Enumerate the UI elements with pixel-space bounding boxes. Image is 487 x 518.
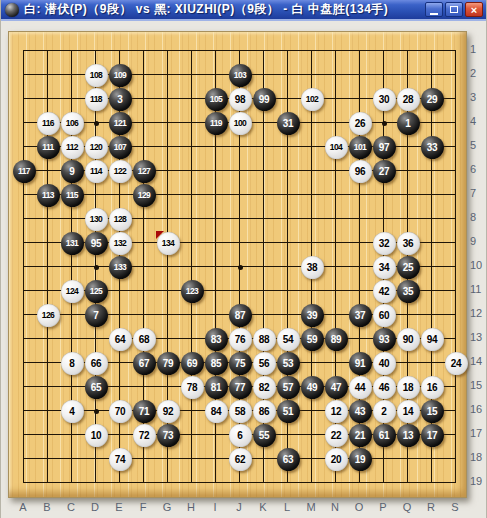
stone-C14: 8 [61,352,84,375]
stone-N5: 104 [325,136,348,159]
row-label-13: 13 [470,331,487,345]
move-number: 85 [211,358,222,369]
stone-B12: 126 [37,304,60,327]
column-label-Q: Q [395,501,419,515]
stone-R16: 15 [421,400,444,423]
move-number: 59 [307,334,318,345]
stone-O12: 37 [349,304,372,327]
stone-G17: 73 [157,424,180,447]
row-label-16: 16 [470,403,487,417]
stone-S14: 24 [445,352,468,375]
row-label-7: 7 [470,187,487,201]
move-number: 109 [114,70,126,80]
stone-M3: 102 [301,88,324,111]
stone-I14: 85 [205,352,228,375]
move-number: 78 [187,382,198,393]
row-label-19: 19 [470,475,487,489]
move-number: 103 [234,70,246,80]
go-stone-app-icon [5,3,19,17]
move-number: 26 [355,118,366,129]
move-number: 134 [162,238,174,248]
move-number: 113 [42,190,54,200]
move-number: 96 [355,166,366,177]
move-number: 111 [42,142,53,152]
move-number: 7 [93,310,98,321]
stone-O14: 91 [349,352,372,375]
column-label-O: O [347,501,371,515]
stone-Q4: 1 [397,112,420,135]
stone-D6: 114 [85,160,108,183]
stone-O18: 19 [349,448,372,471]
move-number: 3 [117,94,122,105]
stone-C5: 112 [61,136,84,159]
column-label-S: S [443,501,467,515]
move-number: 114 [90,166,102,176]
move-number: 16 [427,382,438,393]
stone-H11: 123 [181,280,204,303]
column-label-F: F [131,501,155,515]
move-number: 75 [235,358,246,369]
move-number: 79 [163,358,174,369]
stone-P6: 27 [373,160,396,183]
move-number: 93 [379,334,390,345]
move-number: 107 [114,142,126,152]
stone-Q11: 35 [397,280,420,303]
board-grid[interactable]: 1081091031183105989910230282911610612111… [23,50,456,483]
stone-P16: 2 [373,400,396,423]
stone-Q16: 14 [397,400,420,423]
stone-Q9: 36 [397,232,420,255]
move-number: 67 [139,358,150,369]
column-label-H: H [179,501,203,515]
stone-H15: 78 [181,376,204,399]
stone-O6: 96 [349,160,372,183]
move-number: 70 [115,406,126,417]
stone-N16: 12 [325,400,348,423]
stone-D11: 125 [85,280,108,303]
stone-J17: 6 [229,424,252,447]
column-label-B: B [35,501,59,515]
column-label-R: R [419,501,443,515]
stone-I3: 105 [205,88,228,111]
stone-L13: 54 [277,328,300,351]
move-number: 84 [211,406,222,417]
move-number: 92 [163,406,174,417]
row-label-17: 17 [470,427,487,441]
stone-P17: 61 [373,424,396,447]
move-number: 63 [283,454,294,465]
move-number: 99 [259,94,270,105]
move-number: 129 [138,190,150,200]
move-number: 87 [235,310,246,321]
stone-I13: 83 [205,328,228,351]
move-number: 77 [235,382,246,393]
stone-D9: 95 [85,232,108,255]
move-number: 97 [379,142,390,153]
move-number: 17 [427,430,438,441]
stone-C9: 131 [61,232,84,255]
move-number: 118 [90,94,102,104]
move-number: 86 [259,406,270,417]
column-label-G: G [155,501,179,515]
title-bar[interactable]: 白: 潜伏(P)（9段） vs 黑: XIUZHI(P)（9段） - 白 中盘胜… [1,0,486,21]
move-number: 28 [403,94,414,105]
stone-G9: 134 [157,232,180,255]
move-number: 25 [403,262,414,273]
stone-M15: 49 [301,376,324,399]
stone-E18: 74 [109,448,132,471]
move-number: 64 [115,334,126,345]
stone-K13: 88 [253,328,276,351]
stone-B4: 116 [37,112,60,135]
stone-F6: 127 [133,160,156,183]
stone-J13: 76 [229,328,252,351]
move-number: 119 [210,118,222,128]
column-label-L: L [275,501,299,515]
stone-D8: 130 [85,208,108,231]
stone-C4: 106 [61,112,84,135]
move-number: 38 [307,262,318,273]
move-number: 102 [306,94,318,104]
move-number: 40 [379,358,390,369]
stone-I16: 84 [205,400,228,423]
move-number: 127 [138,166,150,176]
minimize-button[interactable] [425,2,443,17]
stone-K3: 99 [253,88,276,111]
stone-K16: 86 [253,400,276,423]
row-label-18: 18 [470,451,487,465]
stone-P5: 97 [373,136,396,159]
column-label-J: J [227,501,251,515]
move-number: 90 [403,334,414,345]
move-number: 74 [115,454,126,465]
stone-E3: 3 [109,88,132,111]
stone-Q10: 25 [397,256,420,279]
stone-I4: 119 [205,112,228,135]
move-number: 19 [355,454,366,465]
move-number: 83 [211,334,222,345]
move-number: 128 [114,214,126,224]
stone-E6: 122 [109,160,132,183]
stone-C16: 4 [61,400,84,423]
move-number: 29 [427,94,438,105]
move-number: 39 [307,310,318,321]
stone-R3: 29 [421,88,444,111]
star-point-P4 [382,121,387,126]
stone-E5: 107 [109,136,132,159]
row-label-12: 12 [470,307,487,321]
move-number: 120 [90,142,102,152]
move-number: 47 [331,382,342,393]
stone-E13: 64 [109,328,132,351]
move-number: 32 [379,238,390,249]
move-number: 34 [379,262,390,273]
move-number: 49 [307,382,318,393]
stone-O5: 101 [349,136,372,159]
stone-J14: 75 [229,352,252,375]
move-number: 18 [403,382,414,393]
move-number: 108 [90,70,102,80]
stone-F17: 72 [133,424,156,447]
column-label-E: E [107,501,131,515]
move-number: 37 [355,310,366,321]
stone-Q17: 13 [397,424,420,447]
stone-R15: 16 [421,376,444,399]
stone-D3: 118 [85,88,108,111]
stone-F13: 68 [133,328,156,351]
stone-E8: 128 [109,208,132,231]
stone-N18: 20 [325,448,348,471]
stone-Q15: 18 [397,376,420,399]
move-number: 106 [66,118,78,128]
move-number: 36 [403,238,414,249]
move-number: 55 [259,430,270,441]
move-number: 105 [210,94,222,104]
stone-J2: 103 [229,64,252,87]
row-label-4: 4 [470,115,487,129]
move-number: 9 [69,166,74,177]
stone-G14: 79 [157,352,180,375]
stone-O17: 21 [349,424,372,447]
move-number: 100 [234,118,246,128]
move-number: 116 [42,118,54,128]
stone-P9: 32 [373,232,396,255]
stone-L14: 53 [277,352,300,375]
row-label-14: 14 [470,355,487,369]
move-number: 82 [259,382,270,393]
move-number: 27 [379,166,390,177]
stone-J15: 77 [229,376,252,399]
move-number: 112 [66,142,78,152]
row-label-10: 10 [470,259,487,273]
stone-P12: 60 [373,304,396,327]
row-label-1: 1 [470,43,487,57]
stone-C11: 124 [61,280,84,303]
move-number: 126 [42,310,54,320]
stone-H14: 69 [181,352,204,375]
stone-L4: 31 [277,112,300,135]
column-label-I: I [203,501,227,515]
stone-F7: 129 [133,184,156,207]
stone-K17: 55 [253,424,276,447]
move-number: 57 [283,382,294,393]
row-label-15: 15 [470,379,487,393]
move-number: 121 [114,118,126,128]
column-label-A: A [11,501,35,515]
move-number: 104 [330,142,342,152]
move-number: 13 [403,430,414,441]
stone-E16: 70 [109,400,132,423]
row-label-3: 3 [470,91,487,105]
stone-J12: 87 [229,304,252,327]
stone-E2: 109 [109,64,132,87]
move-number: 101 [354,142,366,152]
move-number: 61 [379,430,390,441]
move-number: 31 [283,118,294,129]
move-number: 42 [379,286,390,297]
stone-F16: 71 [133,400,156,423]
stone-I15: 81 [205,376,228,399]
move-number: 15 [427,406,438,417]
move-number: 98 [235,94,246,105]
move-number: 124 [66,286,78,296]
stone-O15: 44 [349,376,372,399]
row-label-11: 11 [470,283,487,297]
move-number: 88 [259,334,270,345]
move-number: 72 [139,430,150,441]
stone-C7: 115 [61,184,84,207]
stone-R17: 17 [421,424,444,447]
stone-N15: 47 [325,376,348,399]
row-label-5: 5 [470,139,487,153]
move-number: 4 [69,406,74,417]
move-number: 58 [235,406,246,417]
stone-E4: 121 [109,112,132,135]
stone-D5: 120 [85,136,108,159]
move-number: 95 [91,238,102,249]
stone-M13: 59 [301,328,324,351]
stone-L18: 63 [277,448,300,471]
stone-N17: 22 [325,424,348,447]
star-point-J10 [238,265,243,270]
move-number: 132 [114,238,126,248]
move-number: 56 [259,358,270,369]
move-number: 43 [355,406,366,417]
column-label-D: D [83,501,107,515]
stone-J4: 100 [229,112,252,135]
move-number: 94 [427,334,438,345]
stone-M12: 39 [301,304,324,327]
star-point-D10 [94,265,99,270]
stone-A6: 117 [13,160,36,183]
row-label-9: 9 [470,235,487,249]
move-number: 117 [18,166,30,176]
move-number: 14 [403,406,414,417]
move-number: 66 [91,358,102,369]
move-number: 62 [235,454,246,465]
stone-P10: 34 [373,256,396,279]
stone-P3: 30 [373,88,396,111]
move-number: 35 [403,286,414,297]
stone-D14: 66 [85,352,108,375]
move-number: 20 [331,454,342,465]
stone-E9: 132 [109,232,132,255]
stone-K15: 82 [253,376,276,399]
stone-B5: 111 [37,136,60,159]
move-number: 81 [211,382,222,393]
move-number: 69 [187,358,198,369]
move-number: 65 [91,382,102,393]
star-point-D4 [94,121,99,126]
stone-Q13: 90 [397,328,420,351]
stone-N13: 89 [325,328,348,351]
stone-D12: 7 [85,304,108,327]
row-label-2: 2 [470,67,487,81]
stone-P13: 93 [373,328,396,351]
move-number: 133 [114,262,126,272]
move-number: 10 [91,430,102,441]
move-number: 8 [69,358,74,369]
move-number: 125 [90,286,102,296]
stone-D2: 108 [85,64,108,87]
stone-E10: 133 [109,256,132,279]
go-board: 1081091031183105989910230282911610612111… [8,31,467,498]
move-number: 46 [379,382,390,393]
stone-L15: 57 [277,376,300,399]
row-label-8: 8 [470,211,487,225]
stone-L16: 51 [277,400,300,423]
stone-R5: 33 [421,136,444,159]
row-label-6: 6 [470,163,487,177]
move-number: 53 [283,358,294,369]
column-label-K: K [251,501,275,515]
close-button[interactable]: × [465,2,483,17]
move-number: 91 [355,358,366,369]
stone-B7: 113 [37,184,60,207]
stone-Q3: 28 [397,88,420,111]
move-number: 71 [139,406,150,417]
stone-P11: 42 [373,280,396,303]
move-number: 1 [405,118,410,129]
move-number: 60 [379,310,390,321]
move-number: 130 [90,214,102,224]
move-number: 115 [66,190,78,200]
stone-J16: 58 [229,400,252,423]
column-label-M: M [299,501,323,515]
column-label-P: P [371,501,395,515]
move-number: 12 [331,406,342,417]
column-label-N: N [323,501,347,515]
move-number: 131 [66,238,78,248]
move-number: 54 [283,334,294,345]
stone-D17: 10 [85,424,108,447]
move-number: 33 [427,142,438,153]
stone-J18: 62 [229,448,252,471]
move-number: 2 [381,406,386,417]
maximize-button[interactable] [445,2,463,17]
stone-C6: 9 [61,160,84,183]
stone-J3: 98 [229,88,252,111]
stone-O4: 26 [349,112,372,135]
stone-P14: 40 [373,352,396,375]
move-number: 51 [283,406,294,417]
window-controls: × [425,2,483,17]
move-number: 123 [186,286,198,296]
stone-D15: 65 [85,376,108,399]
move-number: 21 [355,430,366,441]
move-number: 6 [237,430,242,441]
maximize-icon [450,6,458,13]
move-number: 30 [379,94,390,105]
move-number: 44 [355,382,366,393]
stone-O16: 43 [349,400,372,423]
stone-R13: 94 [421,328,444,351]
window-title: 白: 潜伏(P)（9段） vs 黑: XIUZHI(P)（9段） - 白 中盘胜… [24,1,425,18]
stone-G16: 92 [157,400,180,423]
minimize-icon [430,13,438,15]
star-point-D16 [94,409,99,414]
stone-P15: 46 [373,376,396,399]
move-number: 24 [451,358,462,369]
go-game-window: 白: 潜伏(P)（9段） vs 黑: XIUZHI(P)（9段） - 白 中盘胜… [0,0,487,518]
stone-K14: 56 [253,352,276,375]
column-label-C: C [59,501,83,515]
move-number: 89 [331,334,342,345]
move-number: 73 [163,430,174,441]
move-number: 68 [139,334,150,345]
stone-F14: 67 [133,352,156,375]
stone-M10: 38 [301,256,324,279]
